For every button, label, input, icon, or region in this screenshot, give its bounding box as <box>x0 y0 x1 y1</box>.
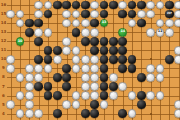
black-stone <box>109 46 118 55</box>
white-stone <box>81 82 90 91</box>
white-stone <box>62 19 71 28</box>
black-stone <box>62 82 71 91</box>
black-stone <box>100 73 109 82</box>
white-stone <box>109 73 118 82</box>
black-stone <box>118 46 127 55</box>
black-stone <box>44 46 53 55</box>
row-label: 11 <box>0 48 7 52</box>
black-stone <box>90 100 99 109</box>
white-stone <box>62 10 71 19</box>
white-stone: 11 <box>156 28 165 37</box>
row-label: 4 <box>0 112 7 116</box>
white-stone <box>146 10 155 19</box>
white-stone <box>25 82 34 91</box>
white-stone <box>128 91 137 100</box>
go-board[interactable]: 1615141312111098765421713141110 <box>0 0 180 120</box>
white-stone <box>90 73 99 82</box>
white-stone <box>72 19 81 28</box>
white-stone <box>156 73 165 82</box>
black-stone <box>137 100 146 109</box>
row-label: 13 <box>0 30 7 34</box>
black-stone <box>118 109 127 118</box>
black-stone <box>90 19 99 28</box>
white-stone <box>90 28 99 37</box>
white-stone <box>34 73 43 82</box>
white-stone <box>174 109 180 118</box>
black-stone <box>81 109 90 118</box>
black-stone <box>53 46 62 55</box>
black-stone <box>90 37 99 46</box>
row-label: 7 <box>0 85 7 89</box>
move-number-label: 11 <box>158 30 162 33</box>
black-stone <box>25 28 34 37</box>
black-stone <box>34 55 43 64</box>
white-stone <box>174 100 180 109</box>
white-stone <box>174 55 180 64</box>
move-number-label: 13 <box>102 21 106 24</box>
white-stone <box>16 91 25 100</box>
black-stone <box>128 64 137 73</box>
white-stone <box>25 109 34 118</box>
white-stone <box>72 46 81 55</box>
white-stone <box>90 82 99 91</box>
black-stone <box>53 91 62 100</box>
black-stone <box>109 37 118 46</box>
white-stone <box>174 46 180 55</box>
row-label: 6 <box>0 94 7 98</box>
black-stone <box>137 91 146 100</box>
green-highlight-stone: 14 <box>118 28 127 37</box>
white-stone <box>16 109 25 118</box>
black-stone <box>90 46 99 55</box>
white-stone <box>81 73 90 82</box>
white-stone <box>34 28 43 37</box>
white-stone <box>165 19 174 28</box>
row-label: 14 <box>0 21 7 25</box>
white-stone <box>72 100 81 109</box>
black-stone <box>100 91 109 100</box>
black-stone <box>25 19 34 28</box>
white-stone <box>72 55 81 64</box>
white-stone <box>146 64 155 73</box>
white-stone <box>34 10 43 19</box>
move-number-label: 14 <box>120 30 124 33</box>
black-stone <box>109 82 118 91</box>
black-stone <box>62 73 71 82</box>
black-stone <box>81 37 90 46</box>
black-stone <box>53 1 62 10</box>
white-stone <box>90 10 99 19</box>
white-stone <box>174 1 180 10</box>
white-stone <box>174 19 180 28</box>
white-stone <box>128 19 137 28</box>
black-stone <box>128 10 137 19</box>
white-stone <box>25 91 34 100</box>
black-stone <box>90 109 99 118</box>
white-stone <box>100 100 109 109</box>
white-stone <box>165 28 174 37</box>
black-stone <box>128 1 137 10</box>
move-number-label: 217 <box>167 13 172 16</box>
black-stone <box>100 82 109 91</box>
black-stone <box>109 1 118 10</box>
row-label: 12 <box>0 39 7 43</box>
white-stone <box>174 10 180 19</box>
black-stone <box>44 55 53 64</box>
white-stone <box>25 73 34 82</box>
row-label: 8 <box>0 75 7 79</box>
white-stone <box>72 10 81 19</box>
black-stone <box>100 1 109 10</box>
black-stone <box>44 82 53 91</box>
white-stone <box>62 100 71 109</box>
black-stone <box>72 28 81 37</box>
black-stone <box>34 19 43 28</box>
white-stone <box>156 19 165 28</box>
white-stone <box>16 73 25 82</box>
white-stone <box>25 100 34 109</box>
black-stone <box>100 55 109 64</box>
white-stone <box>156 64 165 73</box>
white-stone <box>81 19 90 28</box>
move-number-label: 10 <box>18 40 22 43</box>
white-stone <box>146 1 155 10</box>
white-stone <box>34 1 43 10</box>
black-stone <box>100 46 109 55</box>
black-stone <box>81 1 90 10</box>
white-stone <box>62 46 71 55</box>
black-stone <box>34 37 43 46</box>
white-stone <box>118 82 127 91</box>
white-stone <box>6 10 15 19</box>
white-stone <box>146 28 155 37</box>
green-highlight-stone: 13 <box>100 19 109 28</box>
black-stone <box>137 19 146 28</box>
white-stone <box>44 28 53 37</box>
white-stone <box>128 109 137 118</box>
white-stone <box>156 1 165 10</box>
black-stone <box>137 1 146 10</box>
white-stone <box>146 73 155 82</box>
white-stone <box>81 55 90 64</box>
black-stone <box>100 64 109 73</box>
black-stone <box>62 1 71 10</box>
black-stone <box>118 37 127 46</box>
white-stone <box>16 10 25 19</box>
black-stone <box>81 10 90 19</box>
white-stone <box>81 28 90 37</box>
black-stone <box>62 64 71 73</box>
black-stone: 217 <box>165 10 174 19</box>
green-highlight-stone: 10 <box>16 37 25 46</box>
row-label: 16 <box>0 3 7 7</box>
white-stone <box>81 64 90 73</box>
white-stone <box>25 64 34 73</box>
black-stone <box>165 1 174 10</box>
white-stone <box>90 64 99 73</box>
white-stone <box>156 91 165 100</box>
black-stone <box>109 55 118 64</box>
black-stone <box>44 91 53 100</box>
white-stone <box>44 64 53 73</box>
white-stone <box>34 109 43 118</box>
black-stone <box>137 73 146 82</box>
black-stone <box>128 55 137 64</box>
white-stone <box>72 91 81 100</box>
star-point <box>150 113 152 115</box>
black-stone <box>118 55 127 64</box>
white-stone <box>81 91 90 100</box>
white-stone <box>62 37 71 46</box>
white-stone <box>6 55 15 64</box>
black-stone <box>34 82 43 91</box>
white-stone <box>137 10 146 19</box>
white-stone <box>118 1 127 10</box>
black-stone <box>165 55 174 64</box>
white-stone <box>90 91 99 100</box>
white-stone <box>6 100 15 109</box>
black-stone <box>100 37 109 46</box>
black-stone <box>53 73 62 82</box>
white-stone <box>109 91 118 100</box>
white-stone <box>146 91 155 100</box>
white-stone <box>53 55 62 64</box>
white-stone <box>44 1 53 10</box>
black-stone <box>72 1 81 10</box>
white-stone <box>34 64 43 73</box>
black-stone <box>53 109 62 118</box>
black-stone <box>100 10 109 19</box>
black-stone <box>118 64 127 73</box>
white-stone <box>72 64 81 73</box>
black-stone <box>44 10 53 19</box>
white-stone <box>16 19 25 28</box>
black-stone <box>118 10 127 19</box>
white-stone <box>90 55 99 64</box>
white-stone <box>90 1 99 10</box>
white-stone <box>6 64 15 73</box>
